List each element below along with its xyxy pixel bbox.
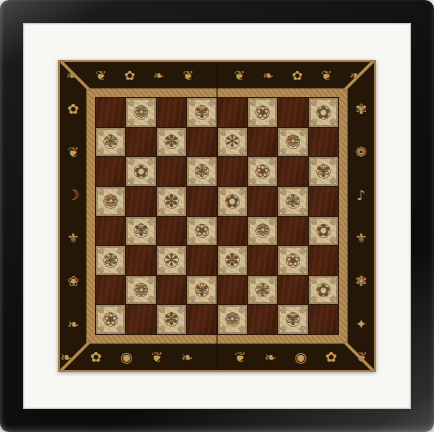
engraved-rosette-icon: ❀ bbox=[255, 163, 269, 180]
board-square-light: ✽ bbox=[157, 305, 186, 334]
board-square-dark bbox=[187, 305, 216, 334]
board-square-light: ✻ bbox=[218, 128, 247, 157]
board-square-dark bbox=[126, 128, 155, 157]
engraved-rosette-icon: ✿ bbox=[316, 222, 330, 239]
board-square-light: ✽ bbox=[157, 187, 186, 216]
engraved-rosette-icon: ✾ bbox=[286, 311, 300, 328]
board-square-light: ✿ bbox=[309, 98, 338, 127]
engraved-rosette-icon: ❀ bbox=[104, 311, 118, 328]
board-square-dark bbox=[218, 98, 247, 127]
board-square-dark bbox=[126, 246, 155, 275]
board-square-light: ✽ bbox=[218, 246, 247, 275]
board-square-dark bbox=[96, 217, 125, 246]
board-square-light: ✿ bbox=[309, 276, 338, 305]
board-square-light: ✾ bbox=[126, 217, 155, 246]
board-square-light: ✾ bbox=[278, 305, 307, 334]
board-square-dark bbox=[278, 276, 307, 305]
candelabra-ornament-left: ✿ ❦ ☽ ⚜ ❀ ❧ bbox=[60, 88, 86, 344]
engraved-rosette-icon: ✾ bbox=[134, 222, 148, 239]
board-square-dark bbox=[157, 276, 186, 305]
board-square-dark bbox=[187, 246, 216, 275]
engraved-rosette-icon: ✻ bbox=[164, 252, 178, 269]
engraved-rosette-icon: ❁ bbox=[286, 133, 300, 150]
engraved-rosette-icon: ❁ bbox=[134, 104, 148, 121]
board-square-light: ❁ bbox=[126, 276, 155, 305]
engraved-rosette-icon: ❃ bbox=[255, 282, 269, 299]
engraved-rosette-icon: ❁ bbox=[104, 193, 118, 210]
engraved-rosette-icon: ✿ bbox=[134, 163, 148, 180]
board-square-dark bbox=[248, 305, 277, 334]
engraved-rosette-icon: ✽ bbox=[225, 252, 239, 269]
board-square-dark bbox=[218, 276, 247, 305]
board-square-light: ❁ bbox=[96, 187, 125, 216]
board-square-dark bbox=[96, 157, 125, 186]
engraved-rosette-icon: ✿ bbox=[316, 104, 330, 121]
board-square-light: ✾ bbox=[187, 276, 216, 305]
board-square-dark bbox=[309, 128, 338, 157]
board-square-light: ❃ bbox=[96, 246, 125, 275]
engraved-rosette-icon: ❁ bbox=[255, 222, 269, 239]
board-square-light: ❃ bbox=[248, 276, 277, 305]
engraved-rosette-icon: ✾ bbox=[195, 282, 209, 299]
engraved-rosette-icon: ✿ bbox=[225, 193, 239, 210]
board-square-light: ❃ bbox=[187, 157, 216, 186]
board-square-dark bbox=[96, 98, 125, 127]
board-square-light: ✾ bbox=[309, 157, 338, 186]
board-square-dark bbox=[187, 128, 216, 157]
board-square-light: ✿ bbox=[309, 217, 338, 246]
engraved-rosette-icon: ❁ bbox=[225, 311, 239, 328]
engraved-rosette-icon: ✾ bbox=[316, 163, 330, 180]
board-square-light: ❁ bbox=[218, 305, 247, 334]
board-square-dark bbox=[278, 98, 307, 127]
board-square-dark bbox=[157, 217, 186, 246]
engraved-rosette-icon: ❃ bbox=[286, 193, 300, 210]
board-square-dark bbox=[126, 187, 155, 216]
board-square-dark bbox=[309, 246, 338, 275]
engraved-rosette-icon: ✿ bbox=[316, 282, 330, 299]
board-square-dark bbox=[278, 157, 307, 186]
chessboard-artwork: ❧ ❦ ✿ ❧ ❦ ❦ ❧ ✿ ❦ ❧ ❧ ✿ ◉ ❦ ❧ ❦ ❧ ◉ ✿ ❦ … bbox=[58, 60, 376, 372]
engraved-rosette-icon: ❀ bbox=[286, 252, 300, 269]
board-square-light: ✻ bbox=[157, 246, 186, 275]
engraved-rosette-icon: ❃ bbox=[104, 133, 118, 150]
board-square-light: ❀ bbox=[96, 305, 125, 334]
board-square-light: ✾ bbox=[187, 98, 216, 127]
board-square-light: ❃ bbox=[96, 128, 125, 157]
engraved-rosette-icon: ✻ bbox=[225, 133, 239, 150]
board-square-dark bbox=[126, 305, 155, 334]
board-square-dark bbox=[248, 128, 277, 157]
board-square-light: ❀ bbox=[248, 157, 277, 186]
board-square-light: ✿ bbox=[218, 187, 247, 216]
engraved-rosette-icon: ❀ bbox=[255, 104, 269, 121]
engraved-rosette-icon: ✽ bbox=[164, 311, 178, 328]
engraved-rosette-icon: ❀ bbox=[195, 222, 209, 239]
engraved-rosette-icon: ❁ bbox=[134, 282, 148, 299]
engraved-rosette-icon: ❃ bbox=[104, 252, 118, 269]
board-square-dark bbox=[157, 98, 186, 127]
board-square-dark bbox=[218, 157, 247, 186]
board-square-light: ❁ bbox=[126, 98, 155, 127]
board-square-dark bbox=[309, 187, 338, 216]
engraved-rosette-icon: ✽ bbox=[164, 133, 178, 150]
product-photo: ❧ ❦ ✿ ❧ ❦ ❦ ❧ ✿ ❦ ❧ ❧ ✿ ◉ ❦ ❧ ❦ ❧ ◉ ✿ ❦ … bbox=[0, 0, 434, 432]
board-square-dark bbox=[187, 187, 216, 216]
engraved-rosette-icon: ✽ bbox=[164, 193, 178, 210]
trophy-ornament-right: ✾ ❁ ♪ ⚜ ❃ ✦ bbox=[348, 88, 374, 344]
board-square-light: ✿ bbox=[126, 157, 155, 186]
board-square-dark bbox=[218, 217, 247, 246]
board-square-light: ✽ bbox=[157, 128, 186, 157]
board-square-light: ❀ bbox=[248, 98, 277, 127]
engraved-rosette-icon: ✾ bbox=[195, 104, 209, 121]
engraved-rosette-icon: ❃ bbox=[195, 163, 209, 180]
board-square-dark bbox=[248, 246, 277, 275]
fold-seam bbox=[216, 62, 218, 370]
board-square-light: ❃ bbox=[278, 187, 307, 216]
board-square-light: ❀ bbox=[187, 217, 216, 246]
board-square-light: ❀ bbox=[278, 246, 307, 275]
board-square-dark bbox=[96, 276, 125, 305]
board-square-light: ❁ bbox=[278, 128, 307, 157]
board-square-dark bbox=[248, 187, 277, 216]
board-square-dark bbox=[309, 305, 338, 334]
board-square-dark bbox=[278, 217, 307, 246]
board-square-light: ❁ bbox=[248, 217, 277, 246]
board-square-dark bbox=[157, 157, 186, 186]
